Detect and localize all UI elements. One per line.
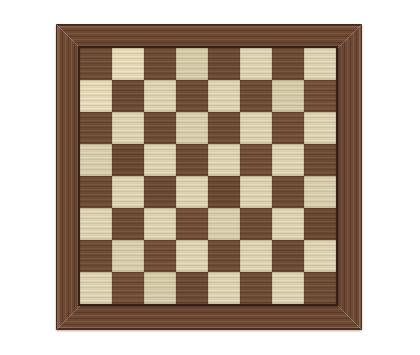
square[interactable]: [144, 208, 176, 240]
squares-grid: [80, 48, 336, 304]
square[interactable]: [208, 144, 240, 176]
square[interactable]: [176, 176, 208, 208]
chess-board: [56, 24, 362, 330]
square[interactable]: [112, 48, 144, 80]
playing-field: [78, 46, 338, 306]
board-frame-bottom: [56, 306, 362, 330]
square[interactable]: [112, 80, 144, 112]
square[interactable]: [144, 176, 176, 208]
square[interactable]: [272, 240, 304, 272]
square[interactable]: [272, 144, 304, 176]
square[interactable]: [240, 80, 272, 112]
square[interactable]: [240, 272, 272, 304]
square[interactable]: [176, 144, 208, 176]
board-frame-right: [338, 24, 362, 330]
square[interactable]: [208, 240, 240, 272]
square[interactable]: [240, 240, 272, 272]
square[interactable]: [304, 80, 336, 112]
square[interactable]: [272, 48, 304, 80]
square[interactable]: [208, 80, 240, 112]
square[interactable]: [80, 208, 112, 240]
square[interactable]: [144, 48, 176, 80]
square[interactable]: [112, 240, 144, 272]
square[interactable]: [144, 272, 176, 304]
square[interactable]: [272, 272, 304, 304]
square[interactable]: [80, 80, 112, 112]
square[interactable]: [208, 176, 240, 208]
board-frame-top: [56, 24, 362, 48]
square[interactable]: [80, 272, 112, 304]
square[interactable]: [304, 240, 336, 272]
square[interactable]: [176, 240, 208, 272]
square[interactable]: [80, 176, 112, 208]
square[interactable]: [208, 112, 240, 144]
square[interactable]: [176, 112, 208, 144]
square[interactable]: [112, 112, 144, 144]
board-frame-left: [56, 24, 80, 330]
square[interactable]: [240, 176, 272, 208]
square[interactable]: [272, 112, 304, 144]
square[interactable]: [176, 48, 208, 80]
square[interactable]: [176, 272, 208, 304]
square[interactable]: [240, 144, 272, 176]
square[interactable]: [208, 208, 240, 240]
square[interactable]: [112, 208, 144, 240]
square[interactable]: [304, 144, 336, 176]
square[interactable]: [240, 112, 272, 144]
square[interactable]: [176, 80, 208, 112]
square[interactable]: [208, 272, 240, 304]
square[interactable]: [112, 176, 144, 208]
square[interactable]: [240, 48, 272, 80]
square[interactable]: [240, 208, 272, 240]
square[interactable]: [80, 240, 112, 272]
square[interactable]: [144, 112, 176, 144]
square[interactable]: [112, 272, 144, 304]
square[interactable]: [304, 272, 336, 304]
square[interactable]: [80, 112, 112, 144]
square[interactable]: [272, 80, 304, 112]
square[interactable]: [304, 176, 336, 208]
square[interactable]: [144, 80, 176, 112]
square[interactable]: [144, 144, 176, 176]
square[interactable]: [176, 208, 208, 240]
square[interactable]: [304, 208, 336, 240]
square[interactable]: [144, 240, 176, 272]
square[interactable]: [272, 208, 304, 240]
square[interactable]: [304, 48, 336, 80]
square[interactable]: [80, 48, 112, 80]
square[interactable]: [112, 144, 144, 176]
square[interactable]: [208, 48, 240, 80]
square[interactable]: [304, 112, 336, 144]
square[interactable]: [272, 176, 304, 208]
square[interactable]: [80, 144, 112, 176]
